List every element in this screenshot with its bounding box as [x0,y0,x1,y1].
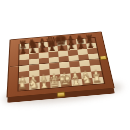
chess-set-photo: ♜♞♝♛♚♝♞♜♟♟♟♟♟♟♟♟♟♟♟♟♟♟♟♟♜♞♝♛♚♝♞♜ [0,0,130,130]
hinge-icon [99,55,107,60]
piece-white-rook-h1: ♜ [91,72,103,84]
chess-board: ♜♞♝♛♚♝♞♜♟♟♟♟♟♟♟♟♟♟♟♟♟♟♟♟♜♞♝♛♚♝♞♜ [6,32,115,98]
board-rotation-wrapper: ♜♞♝♛♚♝♞♜♟♟♟♟♟♟♟♟♟♟♟♟♟♟♟♟♜♞♝♛♚♝♞♜ [4,8,112,116]
brass-clasp-icon [57,92,65,98]
board-perspective-wrapper: ♜♞♝♛♚♝♞♜♟♟♟♟♟♟♟♟♟♟♟♟♟♟♟♟♜♞♝♛♚♝♞♜ [4,8,112,116]
